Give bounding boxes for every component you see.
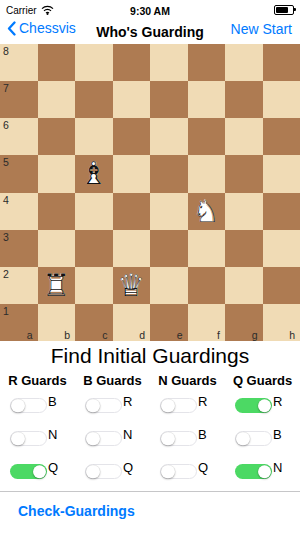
- board-square-a2[interactable]: 2: [0, 267, 38, 304]
- toggle-knob: [11, 399, 25, 413]
- toggle-n-guards-q[interactable]: [160, 464, 197, 479]
- file-label-d: d: [139, 329, 145, 341]
- toggle-label: N: [123, 427, 132, 442]
- file-label-c: c: [102, 329, 107, 341]
- board-square-g2[interactable]: [225, 267, 263, 304]
- toggle-knob: [11, 432, 25, 446]
- board-square-h2[interactable]: [263, 267, 301, 304]
- board-square-f1[interactable]: f: [188, 304, 226, 341]
- piece-white-bishop-c5[interactable]: ♝♗: [75, 155, 113, 192]
- guard-columns: R GuardsBNQB GuardsRNQN GuardsRBQQ Guard…: [0, 370, 300, 488]
- board-square-d7[interactable]: [113, 81, 151, 118]
- board-square-b4[interactable]: [38, 193, 76, 230]
- toggle-knob: [236, 432, 250, 446]
- toggle-q-guards-b[interactable]: [235, 431, 272, 446]
- board-square-e8[interactable]: [150, 44, 188, 81]
- board-square-b3[interactable]: [38, 230, 76, 267]
- toggle-label: Q: [48, 460, 58, 475]
- toggle-knob: [258, 399, 272, 413]
- board-square-h8[interactable]: [263, 44, 301, 81]
- board-square-a8[interactable]: 8: [0, 44, 38, 81]
- board-square-h6[interactable]: [263, 118, 301, 155]
- rank-label-3: 3: [3, 231, 9, 243]
- file-label-a: a: [27, 329, 33, 341]
- toggle-row: Q: [0, 455, 75, 488]
- toggle-row: Q: [150, 455, 225, 488]
- board-square-d1[interactable]: d: [113, 304, 151, 341]
- board-square-f4[interactable]: ♞♘: [188, 193, 226, 230]
- navigation-bar: Chessvis Who's Guarding New Start: [0, 20, 300, 44]
- file-label-f: f: [217, 329, 220, 341]
- board-square-e6[interactable]: [150, 118, 188, 155]
- app-screen: Carrier 9:30 AM Chessvis Who's Guarding …: [0, 0, 300, 533]
- board-square-a7[interactable]: 7: [0, 81, 38, 118]
- rank-label-6: 6: [3, 119, 9, 131]
- board-square-c3[interactable]: [75, 230, 113, 267]
- toggle-r-guards-n[interactable]: [10, 431, 47, 446]
- board-square-a4[interactable]: 4: [0, 193, 38, 230]
- check-guardings-button[interactable]: Check-Guardings: [0, 492, 300, 520]
- board-square-e5[interactable]: [150, 155, 188, 192]
- toggle-knob: [86, 399, 100, 413]
- toggle-knob: [258, 465, 272, 479]
- toggle-label: B: [198, 427, 207, 442]
- toggle-knob: [161, 465, 175, 479]
- board-square-g4[interactable]: [225, 193, 263, 230]
- column-header: Q Guards: [225, 373, 300, 389]
- board-square-d2[interactable]: ♛♕: [113, 267, 151, 304]
- check-guardings-label: Check-Guardings: [18, 503, 135, 519]
- clock: 9:30 AM: [0, 5, 300, 17]
- file-label-b: b: [64, 329, 70, 341]
- chess-board: 8765♝♗4♞♘32♜♖♛♕1abcdefgh: [0, 44, 300, 341]
- status-bar: Carrier 9:30 AM: [0, 0, 300, 20]
- board-square-f5[interactable]: [188, 155, 226, 192]
- guard-column-b: B GuardsRNQ: [75, 370, 150, 488]
- toggle-r-guards-b[interactable]: [10, 398, 47, 413]
- toggle-label: R: [273, 394, 282, 409]
- toggle-label: N: [273, 460, 282, 475]
- toggle-label: B: [48, 394, 57, 409]
- board-square-e4[interactable]: [150, 193, 188, 230]
- board-square-b1[interactable]: b: [38, 304, 76, 341]
- toggle-r-guards-q[interactable]: [10, 464, 47, 479]
- board-square-f8[interactable]: [188, 44, 226, 81]
- toggle-label: R: [123, 394, 132, 409]
- toggle-q-guards-r[interactable]: [235, 398, 272, 413]
- toggle-b-guards-n[interactable]: [85, 431, 122, 446]
- file-label-h: h: [289, 329, 295, 341]
- toggle-knob: [86, 432, 100, 446]
- rank-label-4: 4: [3, 194, 9, 206]
- piece-white-queen-d2[interactable]: ♛♕: [113, 267, 151, 304]
- guard-column-q: Q GuardsRBN: [225, 370, 300, 488]
- toggle-knob: [161, 399, 175, 413]
- toggle-row: R: [150, 389, 225, 422]
- board-square-h3[interactable]: [263, 230, 301, 267]
- toggle-b-guards-r[interactable]: [85, 398, 122, 413]
- board-square-g6[interactable]: [225, 118, 263, 155]
- file-label-g: g: [252, 329, 258, 341]
- toggle-label: B: [273, 427, 282, 442]
- board-square-c7[interactable]: [75, 81, 113, 118]
- rank-label-5: 5: [3, 156, 9, 168]
- board-square-c6[interactable]: [75, 118, 113, 155]
- board-square-e7[interactable]: [150, 81, 188, 118]
- board-square-h1[interactable]: h: [263, 304, 301, 341]
- toggle-knob: [33, 465, 47, 479]
- board-square-h5[interactable]: [263, 155, 301, 192]
- board-square-d5[interactable]: [113, 155, 151, 192]
- toggle-knob: [161, 432, 175, 446]
- toggle-row: R: [225, 389, 300, 422]
- toggle-b-guards-q[interactable]: [85, 464, 122, 479]
- file-label-e: e: [177, 329, 183, 341]
- board-square-c2[interactable]: [75, 267, 113, 304]
- board-square-e1[interactable]: e: [150, 304, 188, 341]
- toggle-q-guards-n[interactable]: [235, 464, 272, 479]
- board-square-a5[interactable]: 5: [0, 155, 38, 192]
- toggle-row: N: [0, 422, 75, 455]
- new-start-button[interactable]: New Start: [231, 21, 292, 37]
- board-square-g8[interactable]: [225, 44, 263, 81]
- column-header: B Guards: [75, 373, 150, 389]
- toggle-row: N: [75, 422, 150, 455]
- board-square-f7[interactable]: [188, 81, 226, 118]
- board-square-a1[interactable]: 1a: [0, 304, 38, 341]
- rank-label-1: 1: [3, 305, 9, 317]
- toggle-knob: [86, 465, 100, 479]
- board-square-g3[interactable]: [225, 230, 263, 267]
- toggle-label: Q: [123, 460, 133, 475]
- battery-icon: [274, 5, 294, 15]
- toggle-n-guards-b[interactable]: [160, 431, 197, 446]
- board-square-g1[interactable]: g: [225, 304, 263, 341]
- toggle-n-guards-r[interactable]: [160, 398, 197, 413]
- toggle-row: B: [150, 422, 225, 455]
- board-square-b5[interactable]: [38, 155, 76, 192]
- board-square-d3[interactable]: [113, 230, 151, 267]
- board-square-c8[interactable]: [75, 44, 113, 81]
- board-square-e3[interactable]: [150, 230, 188, 267]
- panel-title: Find Initial Guardings: [0, 343, 300, 369]
- board-square-e2[interactable]: [150, 267, 188, 304]
- board-square-a3[interactable]: 3: [0, 230, 38, 267]
- board-square-d6[interactable]: [113, 118, 151, 155]
- toggle-label: Q: [198, 460, 208, 475]
- board-square-a6[interactable]: 6: [0, 118, 38, 155]
- toggle-row: Q: [75, 455, 150, 488]
- piece-white-rook-b2[interactable]: ♜♖: [38, 267, 76, 304]
- board-square-b6[interactable]: [38, 118, 76, 155]
- toggle-row: N: [225, 455, 300, 488]
- board-square-b8[interactable]: [38, 44, 76, 81]
- board-square-d8[interactable]: [113, 44, 151, 81]
- board-square-c5[interactable]: ♝♗: [75, 155, 113, 192]
- board-square-g7[interactable]: [225, 81, 263, 118]
- rank-label-7: 7: [3, 82, 9, 94]
- toggle-row: R: [75, 389, 150, 422]
- toggle-row: B: [225, 422, 300, 455]
- board-square-b2[interactable]: ♜♖: [38, 267, 76, 304]
- board-square-g5[interactable]: [225, 155, 263, 192]
- board-square-f3[interactable]: [188, 230, 226, 267]
- board-square-f2[interactable]: [188, 267, 226, 304]
- column-header: N Guards: [150, 373, 225, 389]
- board-square-c4[interactable]: [75, 193, 113, 230]
- board-square-c1[interactable]: c: [75, 304, 113, 341]
- piece-white-knight-f4[interactable]: ♞♘: [188, 193, 226, 230]
- board-square-h7[interactable]: [263, 81, 301, 118]
- toggle-row: B: [0, 389, 75, 422]
- rank-label-8: 8: [3, 45, 9, 57]
- rank-label-2: 2: [3, 268, 9, 280]
- board-square-f6[interactable]: [188, 118, 226, 155]
- column-header: R Guards: [0, 373, 75, 389]
- guard-column-r: R GuardsBNQ: [0, 370, 75, 488]
- board-square-b7[interactable]: [38, 81, 76, 118]
- toggle-label: R: [198, 394, 207, 409]
- guard-column-n: N GuardsRBQ: [150, 370, 225, 488]
- board-square-d4[interactable]: [113, 193, 151, 230]
- board-square-h4[interactable]: [263, 193, 301, 230]
- toggle-label: N: [48, 427, 57, 442]
